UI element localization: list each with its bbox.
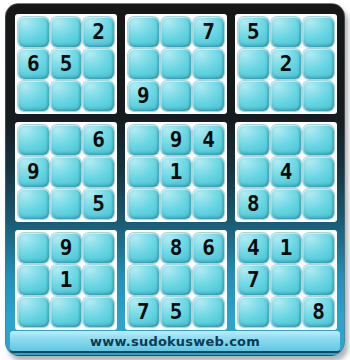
cell-r3c6[interactable]	[193, 81, 224, 111]
cell-r2c2[interactable]: 5	[51, 49, 82, 79]
cell-r7c9[interactable]	[303, 233, 334, 263]
cell-r5c6[interactable]	[193, 157, 224, 187]
cell-r3c5[interactable]	[161, 81, 192, 111]
cell-r4c6[interactable]: 4	[193, 125, 224, 155]
cell-r7c7[interactable]: 4	[238, 233, 269, 263]
cell-r8c1[interactable]	[18, 265, 49, 295]
cell-r4c5[interactable]: 9	[161, 125, 192, 155]
cell-r9c6[interactable]	[193, 297, 224, 327]
cell-r5c2[interactable]	[51, 157, 82, 187]
footer-band: www.sudokusweb.com	[10, 331, 340, 351]
cell-r1c8[interactable]	[271, 17, 302, 47]
cell-r5c1[interactable]: 9	[18, 157, 49, 187]
cell-r8c7[interactable]: 7	[238, 265, 269, 295]
cell-r3c8[interactable]	[271, 81, 302, 111]
cell-r3c1[interactable]	[18, 81, 49, 111]
cell-r3c3[interactable]	[83, 81, 114, 111]
cell-r5c8[interactable]: 4	[271, 157, 302, 187]
cell-r8c9[interactable]	[303, 265, 334, 295]
block-7: 91	[15, 230, 117, 330]
cell-r3c4[interactable]: 9	[128, 81, 159, 111]
cell-r4c2[interactable]	[51, 125, 82, 155]
cell-r6c9[interactable]	[303, 189, 334, 219]
cell-r7c6[interactable]: 6	[193, 233, 224, 263]
cell-r6c7[interactable]: 8	[238, 189, 269, 219]
cell-r8c5[interactable]	[161, 265, 192, 295]
cell-r9c5[interactable]: 5	[161, 297, 192, 327]
cell-r7c1[interactable]	[18, 233, 49, 263]
cell-r2c4[interactable]	[128, 49, 159, 79]
cell-r4c4[interactable]	[128, 125, 159, 155]
cell-r2c3[interactable]	[83, 49, 114, 79]
cell-r7c3[interactable]	[83, 233, 114, 263]
cell-r8c2[interactable]: 1	[51, 265, 82, 295]
cell-r3c2[interactable]	[51, 81, 82, 111]
cell-r6c1[interactable]	[18, 189, 49, 219]
block-5: 941	[125, 122, 227, 222]
cell-r1c6[interactable]: 7	[193, 17, 224, 47]
cell-r9c8[interactable]	[271, 297, 302, 327]
cell-r4c7[interactable]	[238, 125, 269, 155]
cell-r1c1[interactable]	[18, 17, 49, 47]
block-2: 79	[125, 14, 227, 114]
sudoku-grid: 2657952695941489186754178	[15, 14, 337, 330]
block-8: 8675	[125, 230, 227, 330]
cell-r2c6[interactable]	[193, 49, 224, 79]
cell-r7c2[interactable]: 9	[51, 233, 82, 263]
cell-r9c7[interactable]	[238, 297, 269, 327]
cell-r7c4[interactable]	[128, 233, 159, 263]
cell-r9c4[interactable]: 7	[128, 297, 159, 327]
cell-r5c5[interactable]: 1	[161, 157, 192, 187]
cell-r6c3[interactable]: 5	[83, 189, 114, 219]
cell-r8c8[interactable]	[271, 265, 302, 295]
cell-r2c7[interactable]	[238, 49, 269, 79]
cell-r8c4[interactable]	[128, 265, 159, 295]
cell-r1c5[interactable]	[161, 17, 192, 47]
cell-r9c1[interactable]	[18, 297, 49, 327]
cell-r3c9[interactable]	[303, 81, 334, 111]
website-link[interactable]: www.sudokusweb.com	[90, 334, 260, 349]
cell-r6c5[interactable]	[161, 189, 192, 219]
cell-r7c5[interactable]: 8	[161, 233, 192, 263]
cell-r6c8[interactable]	[271, 189, 302, 219]
cell-r5c4[interactable]	[128, 157, 159, 187]
cell-r4c3[interactable]: 6	[83, 125, 114, 155]
cell-r1c9[interactable]	[303, 17, 334, 47]
cell-r1c3[interactable]: 2	[83, 17, 114, 47]
cell-r1c7[interactable]: 5	[238, 17, 269, 47]
cell-r2c5[interactable]	[161, 49, 192, 79]
cell-r3c7[interactable]	[238, 81, 269, 111]
block-3: 52	[235, 14, 337, 114]
cell-r5c9[interactable]	[303, 157, 334, 187]
block-9: 4178	[235, 230, 337, 330]
cell-r6c2[interactable]	[51, 189, 82, 219]
cell-r6c4[interactable]	[128, 189, 159, 219]
cell-r1c4[interactable]	[128, 17, 159, 47]
cell-r4c1[interactable]	[18, 125, 49, 155]
cell-r2c8[interactable]: 2	[271, 49, 302, 79]
block-6: 48	[235, 122, 337, 222]
cell-r9c3[interactable]	[83, 297, 114, 327]
cell-r6c6[interactable]	[193, 189, 224, 219]
cell-r5c7[interactable]	[238, 157, 269, 187]
cell-r9c2[interactable]	[51, 297, 82, 327]
block-1: 265	[15, 14, 117, 114]
cell-r2c9[interactable]	[303, 49, 334, 79]
cell-r8c3[interactable]	[83, 265, 114, 295]
cell-r8c6[interactable]	[193, 265, 224, 295]
cell-r4c8[interactable]	[271, 125, 302, 155]
sudoku-page: 2657952695941489186754178 www.sudokusweb…	[0, 0, 350, 360]
cell-r4c9[interactable]	[303, 125, 334, 155]
sudoku-board-frame: 2657952695941489186754178 www.sudokusweb…	[5, 3, 345, 356]
cell-r1c2[interactable]	[51, 17, 82, 47]
cell-r2c1[interactable]: 6	[18, 49, 49, 79]
cell-r7c8[interactable]: 1	[271, 233, 302, 263]
block-4: 695	[15, 122, 117, 222]
cell-r5c3[interactable]	[83, 157, 114, 187]
cell-r9c9[interactable]: 8	[303, 297, 334, 327]
